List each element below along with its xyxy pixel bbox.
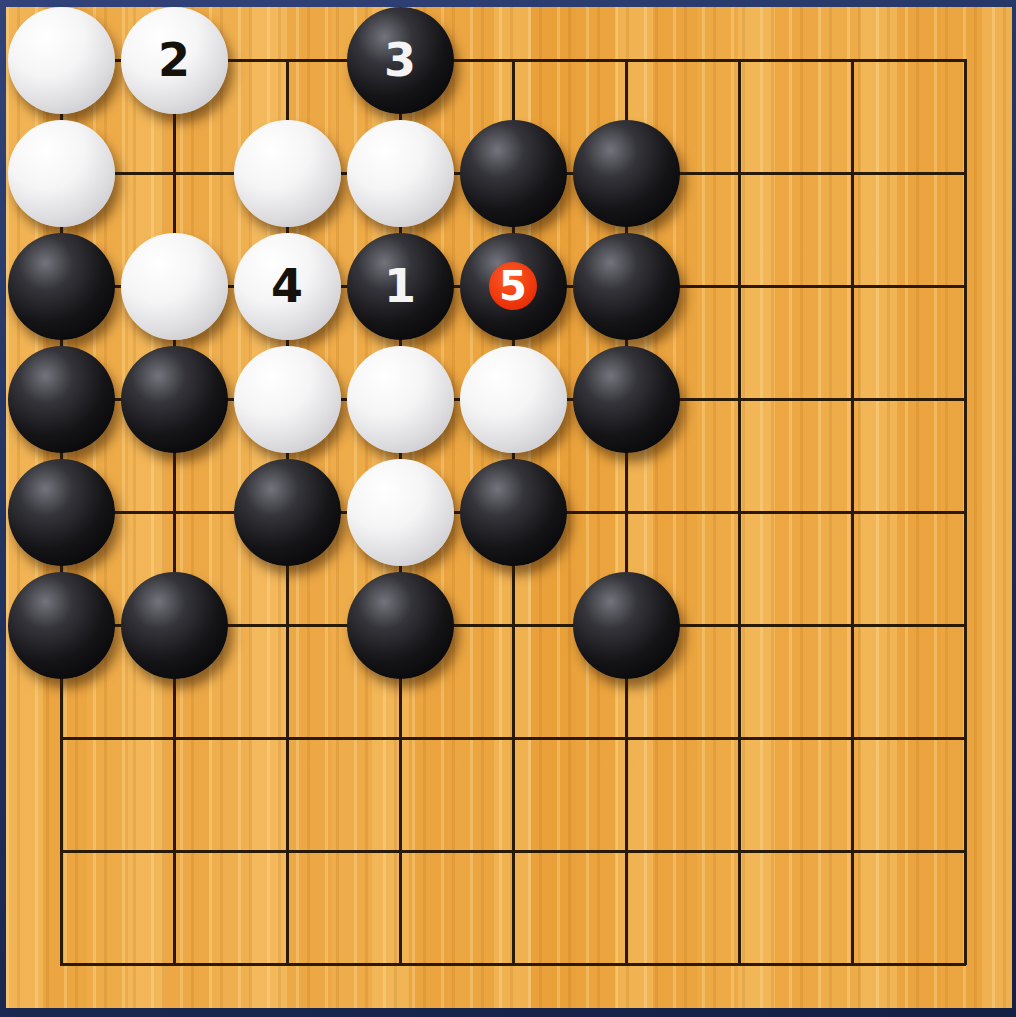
point-F3[interactable] [570,682,683,795]
point-D2[interactable] [344,795,457,908]
black-stone-A4[interactable] [8,572,115,679]
point-J3[interactable] [909,682,1016,795]
point-D9[interactable]: 3 [344,4,457,117]
point-E3[interactable] [457,682,570,795]
point-F8[interactable] [570,117,683,230]
point-H4[interactable] [796,569,909,682]
point-A1[interactable] [5,908,118,1017]
point-C6[interactable] [231,343,344,456]
move-number-5: 5 [499,266,527,306]
point-G9[interactable] [683,4,796,117]
point-B2[interactable] [118,795,231,908]
point-J7[interactable] [909,230,1016,343]
white-stone-D8[interactable] [347,120,454,227]
black-stone-C5[interactable] [234,459,341,566]
point-E5[interactable] [457,456,570,569]
point-E8[interactable] [457,117,570,230]
point-E9[interactable] [457,4,570,117]
point-F7[interactable] [570,230,683,343]
black-stone-F8[interactable] [573,120,680,227]
point-F2[interactable] [570,795,683,908]
point-G4[interactable] [683,569,796,682]
point-E2[interactable] [457,795,570,908]
point-J8[interactable] [909,117,1016,230]
point-G2[interactable] [683,795,796,908]
point-A6[interactable] [5,343,118,456]
point-J1[interactable] [909,908,1016,1017]
black-stone-F4[interactable] [573,572,680,679]
white-stone-C6[interactable] [234,346,341,453]
point-A3[interactable] [5,682,118,795]
black-stone-A6[interactable] [8,346,115,453]
point-F9[interactable] [570,4,683,117]
point-E4[interactable] [457,569,570,682]
move-number-4: 4 [234,233,341,340]
point-A2[interactable] [5,795,118,908]
point-C9[interactable] [231,4,344,117]
point-G5[interactable] [683,456,796,569]
point-C8[interactable] [231,117,344,230]
black-stone-E8[interactable] [460,120,567,227]
white-stone-B9[interactable]: 2 [121,7,228,114]
black-stone-F6[interactable] [573,346,680,453]
point-C5[interactable] [231,456,344,569]
white-stone-E6[interactable] [460,346,567,453]
move-number-1: 1 [347,233,454,340]
point-B6[interactable] [118,343,231,456]
point-J9[interactable] [909,4,1016,117]
point-C3[interactable] [231,682,344,795]
white-stone-C8[interactable] [234,120,341,227]
point-H1[interactable] [796,908,909,1017]
point-A7[interactable] [5,230,118,343]
point-C1[interactable] [231,908,344,1017]
point-C4[interactable] [231,569,344,682]
point-D6[interactable] [344,343,457,456]
point-G7[interactable] [683,230,796,343]
point-G3[interactable] [683,682,796,795]
point-F6[interactable] [570,343,683,456]
point-E1[interactable] [457,908,570,1017]
black-stone-E7[interactable]: 5 [460,233,567,340]
point-H9[interactable] [796,4,909,117]
point-H8[interactable] [796,117,909,230]
point-J6[interactable] [909,343,1016,456]
move-number-3: 3 [347,7,454,114]
point-C2[interactable] [231,795,344,908]
point-F4[interactable] [570,569,683,682]
black-stone-D7[interactable]: 1 [347,233,454,340]
point-D1[interactable] [344,908,457,1017]
point-G8[interactable] [683,117,796,230]
point-J4[interactable] [909,569,1016,682]
point-A8[interactable] [5,117,118,230]
point-C7[interactable]: 4 [231,230,344,343]
white-stone-D6[interactable] [347,346,454,453]
white-stone-D5[interactable] [347,459,454,566]
black-stone-F7[interactable] [573,233,680,340]
black-stone-D4[interactable] [347,572,454,679]
black-stone-B6[interactable] [121,346,228,453]
point-G1[interactable] [683,908,796,1017]
point-A4[interactable] [5,569,118,682]
point-B4[interactable] [118,569,231,682]
go-board: 23415 [6,7,1012,1008]
point-B5[interactable] [118,456,231,569]
point-B3[interactable] [118,682,231,795]
point-F5[interactable] [570,456,683,569]
point-H3[interactable] [796,682,909,795]
black-stone-A7[interactable] [8,233,115,340]
white-stone-C7[interactable]: 4 [234,233,341,340]
point-A5[interactable] [5,456,118,569]
point-D8[interactable] [344,117,457,230]
white-stone-A9[interactable] [8,7,115,114]
white-stone-A8[interactable] [8,120,115,227]
point-D7[interactable]: 1 [344,230,457,343]
point-H2[interactable] [796,795,909,908]
point-B9[interactable]: 2 [118,4,231,117]
board-points: 23415 [5,4,1016,1017]
point-D4[interactable] [344,569,457,682]
point-B8[interactable] [118,117,231,230]
point-J5[interactable] [909,456,1016,569]
point-H5[interactable] [796,456,909,569]
point-J2[interactable] [909,795,1016,908]
point-H7[interactable] [796,230,909,343]
black-stone-E5[interactable] [460,459,567,566]
point-E7[interactable]: 5 [457,230,570,343]
last-move-marker: 5 [489,262,537,310]
black-stone-D9[interactable]: 3 [347,7,454,114]
white-stone-B7[interactable] [121,233,228,340]
point-E6[interactable] [457,343,570,456]
point-G6[interactable] [683,343,796,456]
point-B7[interactable] [118,230,231,343]
point-A9[interactable] [5,4,118,117]
point-D3[interactable] [344,682,457,795]
go-app-window: 23415 [0,0,1016,1017]
point-H6[interactable] [796,343,909,456]
move-number-2: 2 [121,7,228,114]
black-stone-A5[interactable] [8,459,115,566]
point-D5[interactable] [344,456,457,569]
point-F1[interactable] [570,908,683,1017]
black-stone-B4[interactable] [121,572,228,679]
point-B1[interactable] [118,908,231,1017]
